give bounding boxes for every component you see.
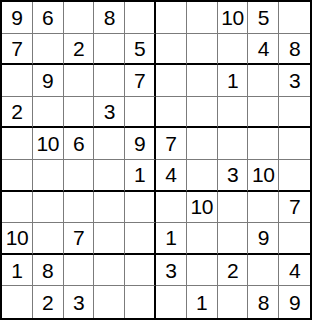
cell-r1c3[interactable] <box>64 2 95 34</box>
cell-r7c1[interactable] <box>2 192 33 224</box>
cell-r3c6[interactable] <box>156 65 187 97</box>
cell-r4c2[interactable] <box>33 97 64 129</box>
cell-r6c5: 1 <box>125 160 156 192</box>
cell-r6c7[interactable] <box>187 160 218 192</box>
cell-r6c3[interactable] <box>64 160 95 192</box>
cell-r1c9: 5 <box>248 2 279 34</box>
cell-r1c7[interactable] <box>187 2 218 34</box>
cell-r10c2: 2 <box>33 286 64 318</box>
cell-r6c8: 3 <box>218 160 249 192</box>
cell-r10c8[interactable] <box>218 286 249 318</box>
cell-r2c1: 7 <box>2 34 33 66</box>
cell-r8c10[interactable] <box>279 223 310 255</box>
cell-r2c7[interactable] <box>187 34 218 66</box>
cell-r5c10[interactable] <box>279 128 310 160</box>
sudoku-board: 9681057254897132310697143101071071918324… <box>0 0 312 320</box>
cell-r7c4[interactable] <box>94 192 125 224</box>
cell-r6c6: 4 <box>156 160 187 192</box>
cell-r7c10: 7 <box>279 192 310 224</box>
cell-r10c3: 3 <box>64 286 95 318</box>
cell-r9c5[interactable] <box>125 255 156 287</box>
cell-r10c5[interactable] <box>125 286 156 318</box>
cell-r2c5: 5 <box>125 34 156 66</box>
cell-r5c3: 6 <box>64 128 95 160</box>
cell-r4c6[interactable] <box>156 97 187 129</box>
cell-r4c3[interactable] <box>64 97 95 129</box>
cell-r7c5[interactable] <box>125 192 156 224</box>
cell-r2c6[interactable] <box>156 34 187 66</box>
cell-r9c4[interactable] <box>94 255 125 287</box>
cell-r3c9[interactable] <box>248 65 279 97</box>
cell-r4c4: 3 <box>94 97 125 129</box>
cell-r9c1: 1 <box>2 255 33 287</box>
cell-r3c5: 7 <box>125 65 156 97</box>
cell-r5c5: 9 <box>125 128 156 160</box>
cell-r6c2[interactable] <box>33 160 64 192</box>
cell-r7c2[interactable] <box>33 192 64 224</box>
cell-r8c4[interactable] <box>94 223 125 255</box>
cell-r5c4[interactable] <box>94 128 125 160</box>
cell-r2c4[interactable] <box>94 34 125 66</box>
cell-r3c8: 1 <box>218 65 249 97</box>
cell-r10c7: 1 <box>187 286 218 318</box>
cell-r8c7[interactable] <box>187 223 218 255</box>
cell-r9c10: 4 <box>279 255 310 287</box>
cell-r2c2[interactable] <box>33 34 64 66</box>
cell-r3c10: 3 <box>279 65 310 97</box>
cell-r3c1[interactable] <box>2 65 33 97</box>
cell-r8c5[interactable] <box>125 223 156 255</box>
cell-r8c1: 10 <box>2 223 33 255</box>
cell-r9c6: 3 <box>156 255 187 287</box>
cell-r1c2: 6 <box>33 2 64 34</box>
cell-r7c6[interactable] <box>156 192 187 224</box>
cell-r5c9[interactable] <box>248 128 279 160</box>
cell-r9c3[interactable] <box>64 255 95 287</box>
cell-r10c10: 9 <box>279 286 310 318</box>
cell-r6c4[interactable] <box>94 160 125 192</box>
cell-r4c9[interactable] <box>248 97 279 129</box>
cell-r4c10[interactable] <box>279 97 310 129</box>
cell-r2c8[interactable] <box>218 34 249 66</box>
cell-r4c5[interactable] <box>125 97 156 129</box>
cell-r1c4: 8 <box>94 2 125 34</box>
cell-r7c9[interactable] <box>248 192 279 224</box>
cell-r8c6: 1 <box>156 223 187 255</box>
cell-r5c6: 7 <box>156 128 187 160</box>
cell-r7c3[interactable] <box>64 192 95 224</box>
cell-r9c8: 2 <box>218 255 249 287</box>
cell-r1c8: 10 <box>218 2 249 34</box>
cell-r5c1[interactable] <box>2 128 33 160</box>
cell-r8c8[interactable] <box>218 223 249 255</box>
cell-r5c7[interactable] <box>187 128 218 160</box>
cell-r7c7: 10 <box>187 192 218 224</box>
cell-r6c1[interactable] <box>2 160 33 192</box>
cell-r4c1: 2 <box>2 97 33 129</box>
cell-r3c2: 9 <box>33 65 64 97</box>
cell-r8c9: 9 <box>248 223 279 255</box>
cell-r9c2: 8 <box>33 255 64 287</box>
cell-r3c7[interactable] <box>187 65 218 97</box>
cell-r2c10: 8 <box>279 34 310 66</box>
cell-r10c1[interactable] <box>2 286 33 318</box>
cell-r2c3: 2 <box>64 34 95 66</box>
cell-r4c7[interactable] <box>187 97 218 129</box>
cell-r1c1: 9 <box>2 2 33 34</box>
cell-r1c5[interactable] <box>125 2 156 34</box>
cell-r7c8[interactable] <box>218 192 249 224</box>
cell-r10c4[interactable] <box>94 286 125 318</box>
cell-r5c2: 10 <box>33 128 64 160</box>
cell-r4c8[interactable] <box>218 97 249 129</box>
cell-r3c3[interactable] <box>64 65 95 97</box>
cell-r2c9: 4 <box>248 34 279 66</box>
cell-r6c9: 10 <box>248 160 279 192</box>
cell-r1c10[interactable] <box>279 2 310 34</box>
cell-r10c9: 8 <box>248 286 279 318</box>
cell-r8c3: 7 <box>64 223 95 255</box>
cell-r10c6[interactable] <box>156 286 187 318</box>
cell-r6c10[interactable] <box>279 160 310 192</box>
cell-r8c2[interactable] <box>33 223 64 255</box>
cell-r5c8[interactable] <box>218 128 249 160</box>
cell-r3c4[interactable] <box>94 65 125 97</box>
cell-r1c6[interactable] <box>156 2 187 34</box>
cell-r9c9[interactable] <box>248 255 279 287</box>
cell-r9c7[interactable] <box>187 255 218 287</box>
